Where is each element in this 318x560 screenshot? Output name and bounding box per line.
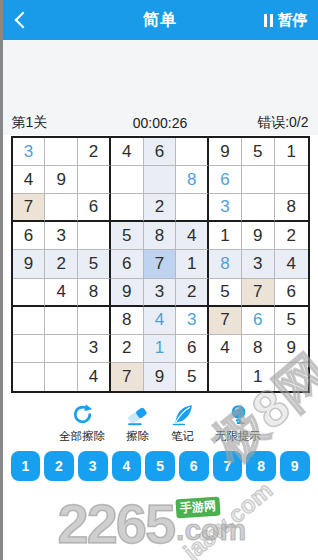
subheader: 第1关 00:00:26 错误:0/2 — [3, 40, 318, 135]
cell-r5c1[interactable]: 9 — [13, 250, 46, 278]
header: 简单 暂停 — [3, 0, 318, 40]
cell-r7c4[interactable]: 8 — [111, 307, 144, 335]
cell-r5c6[interactable]: 1 — [176, 250, 209, 278]
cell-r7c5[interactable]: 4 — [144, 307, 177, 335]
error-counter: 错误:0/2 — [257, 114, 308, 132]
pause-button[interactable]: 暂停 — [264, 0, 308, 40]
numkey-5[interactable]: 5 — [145, 451, 175, 481]
cell-r9c4[interactable]: 7 — [111, 363, 144, 391]
cell-r3c8[interactable] — [242, 194, 275, 222]
cell-r3c4[interactable] — [111, 194, 144, 222]
cell-r6c6[interactable]: 2 — [176, 279, 209, 307]
cell-r7c6[interactable]: 3 — [176, 307, 209, 335]
cell-r8c7[interactable]: 4 — [209, 335, 242, 363]
erase-all-button[interactable]: 全部擦除 — [59, 402, 105, 444]
sudoku-board: 3246951498676238635841929256718344893257… — [11, 136, 310, 393]
timer: 00:00:26 — [133, 115, 188, 131]
cell-r5c5[interactable]: 7 — [144, 250, 177, 278]
watermark-badge: 手游网 — [175, 496, 220, 518]
cell-r7c3[interactable] — [78, 307, 111, 335]
cell-r4c8[interactable]: 9 — [242, 222, 275, 250]
cell-r5c9[interactable]: 4 — [275, 250, 308, 278]
hint-button[interactable]: 无限提示 — [215, 402, 261, 444]
cell-r4c4[interactable]: 5 — [111, 222, 144, 250]
erase-label: 擦除 — [126, 429, 149, 444]
chevron-left-icon — [14, 12, 31, 29]
erase-all-label: 全部擦除 — [59, 429, 105, 444]
cell-r8c4[interactable]: 2 — [111, 335, 144, 363]
cell-r2c9[interactable] — [275, 166, 308, 194]
cell-r2c8[interactable] — [242, 166, 275, 194]
numkey-2[interactable]: 2 — [44, 451, 74, 481]
cell-r9c1[interactable] — [13, 363, 46, 391]
cell-r6c7[interactable]: 5 — [209, 279, 242, 307]
hint-label: 无限提示 — [215, 429, 261, 444]
cell-r2c3[interactable] — [78, 166, 111, 194]
toolbar: 全部擦除 擦除 笔记 — [3, 402, 318, 444]
cell-r5c2[interactable]: 2 — [45, 250, 78, 278]
cell-r6c9[interactable]: 6 — [275, 279, 308, 307]
level-label: 第1关 — [12, 114, 48, 132]
cell-r5c8[interactable]: 3 — [242, 250, 275, 278]
cell-r3c5[interactable]: 2 — [144, 194, 177, 222]
cell-r4c7[interactable]: 1 — [209, 222, 242, 250]
notes-label: 笔记 — [171, 429, 194, 444]
bulb-icon — [226, 402, 251, 427]
cell-r2c6[interactable]: 8 — [176, 166, 209, 194]
cell-r1c9[interactable]: 1 — [275, 138, 308, 166]
sudoku-app: 简单 暂停 第1关 00:00:26 错误:0/2 32469514986762… — [3, 0, 318, 560]
eraser-icon — [125, 402, 150, 427]
cell-r6c8[interactable]: 7 — [242, 279, 275, 307]
cell-r2c4[interactable] — [111, 166, 144, 194]
pause-label: 暂停 — [278, 11, 308, 30]
watermark-suffix: .com — [176, 517, 246, 543]
cell-r1c1[interactable]: 3 — [13, 138, 46, 166]
cell-r3c3[interactable]: 6 — [78, 194, 111, 222]
cell-r1c3[interactable]: 2 — [78, 138, 111, 166]
cell-r9c7[interactable] — [209, 363, 242, 391]
cell-r4c1[interactable]: 6 — [13, 222, 46, 250]
cell-r4c9[interactable]: 2 — [275, 222, 308, 250]
cell-r4c5[interactable]: 8 — [144, 222, 177, 250]
watermark-bottom: 2265 手游网 .com — [58, 498, 247, 550]
numpad: 123456789 — [11, 451, 310, 481]
cell-r2c5[interactable] — [144, 166, 177, 194]
cell-r1c8[interactable]: 5 — [242, 138, 275, 166]
cell-r4c6[interactable]: 4 — [176, 222, 209, 250]
cell-r1c6[interactable] — [176, 138, 209, 166]
cell-r2c1[interactable]: 4 — [13, 166, 46, 194]
cell-r7c9[interactable]: 5 — [275, 307, 308, 335]
cell-r6c3[interactable]: 8 — [78, 279, 111, 307]
cell-r9c2[interactable] — [45, 363, 78, 391]
cell-r8c2[interactable] — [45, 335, 78, 363]
numkey-7[interactable]: 7 — [213, 451, 243, 481]
cell-r8c8[interactable]: 8 — [242, 335, 275, 363]
cell-r7c7[interactable]: 7 — [209, 307, 242, 335]
cell-r1c4[interactable]: 4 — [111, 138, 144, 166]
page-title: 简单 — [143, 10, 177, 31]
erase-button[interactable]: 擦除 — [125, 402, 150, 444]
cell-r4c3[interactable] — [78, 222, 111, 250]
cell-r7c2[interactable] — [45, 307, 78, 335]
numkey-4[interactable]: 4 — [112, 451, 142, 481]
cell-r3c1[interactable]: 7 — [13, 194, 46, 222]
refresh-icon — [70, 402, 95, 427]
cell-r7c1[interactable] — [13, 307, 46, 335]
pause-icon — [264, 14, 273, 27]
cell-r3c7[interactable]: 3 — [209, 194, 242, 222]
cell-r8c3[interactable]: 3 — [78, 335, 111, 363]
cell-r3c2[interactable] — [45, 194, 78, 222]
cell-r9c3[interactable]: 4 — [78, 363, 111, 391]
cell-r6c4[interactable]: 9 — [111, 279, 144, 307]
cell-r7c8[interactable]: 6 — [242, 307, 275, 335]
back-button[interactable] — [17, 0, 43, 40]
numkey-9[interactable]: 9 — [280, 451, 310, 481]
numkey-1[interactable]: 1 — [11, 451, 41, 481]
numkey-6[interactable]: 6 — [179, 451, 209, 481]
numkey-8[interactable]: 8 — [246, 451, 276, 481]
cell-r8c1[interactable] — [13, 335, 46, 363]
watermark-big-text: 2265 — [58, 498, 175, 550]
cell-r8c9[interactable]: 9 — [275, 335, 308, 363]
cell-r9c5[interactable]: 9 — [144, 363, 177, 391]
cell-r9c9[interactable] — [275, 363, 308, 391]
cell-r3c6[interactable] — [176, 194, 209, 222]
cell-r5c4[interactable]: 6 — [111, 250, 144, 278]
cell-r9c6[interactable]: 5 — [176, 363, 209, 391]
notes-button[interactable]: 笔记 — [170, 402, 195, 444]
cell-r2c7[interactable]: 6 — [209, 166, 242, 194]
cell-r9c8[interactable]: 1 — [242, 363, 275, 391]
cell-r6c5[interactable]: 3 — [144, 279, 177, 307]
numkey-3[interactable]: 3 — [78, 451, 108, 481]
cell-r1c5[interactable]: 6 — [144, 138, 177, 166]
status-row: 第1关 00:00:26 错误:0/2 — [3, 114, 318, 132]
cell-r3c9[interactable]: 8 — [275, 194, 308, 222]
cell-r2c2[interactable]: 9 — [45, 166, 78, 194]
cell-r4c2[interactable]: 3 — [45, 222, 78, 250]
cell-r8c6[interactable]: 6 — [176, 335, 209, 363]
cell-r6c1[interactable] — [13, 279, 46, 307]
cell-r5c3[interactable]: 5 — [78, 250, 111, 278]
cell-r8c5[interactable]: 1 — [144, 335, 177, 363]
cell-r1c7[interactable]: 9 — [209, 138, 242, 166]
quill-icon — [170, 402, 195, 427]
cell-r6c2[interactable]: 4 — [45, 279, 78, 307]
cell-r5c7[interactable]: 8 — [209, 250, 242, 278]
cell-r1c2[interactable] — [45, 138, 78, 166]
watermark-domain-diagonal: ja8w.com — [178, 476, 278, 560]
